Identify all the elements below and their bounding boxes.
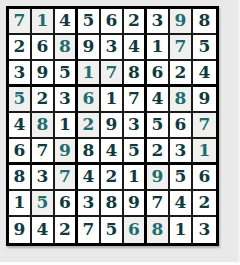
cell-r2c8[interactable]: 7: [170, 35, 193, 61]
cell-r4c3[interactable]: 3: [55, 87, 78, 113]
cell-r7c2[interactable]: 3: [32, 165, 55, 191]
cell-r9c2[interactable]: 4: [32, 217, 55, 243]
cell-r1c4[interactable]: 5: [78, 9, 101, 35]
cell-r7c4[interactable]: 4: [78, 165, 101, 191]
page-background: 7145623982689341753951786245236174894812…: [0, 0, 240, 265]
cell-r6c8[interactable]: 3: [170, 139, 193, 165]
cell-r1c5[interactable]: 6: [101, 9, 124, 35]
cell-r4c4[interactable]: 6: [78, 87, 101, 113]
cell-r1c2[interactable]: 1: [32, 9, 55, 35]
cell-r7c6[interactable]: 1: [124, 165, 147, 191]
cell-r6c5[interactable]: 4: [101, 139, 124, 165]
cell-r6c6[interactable]: 5: [124, 139, 147, 165]
cell-r2c7[interactable]: 1: [147, 35, 170, 61]
cell-r8c8[interactable]: 4: [170, 191, 193, 217]
cell-r7c7[interactable]: 9: [147, 165, 170, 191]
cell-r5c6[interactable]: 3: [124, 113, 147, 139]
cell-r5c2[interactable]: 8: [32, 113, 55, 139]
cell-r6c3[interactable]: 9: [55, 139, 78, 165]
cell-r8c2[interactable]: 5: [32, 191, 55, 217]
sudoku-board: 7145623982689341753951786245236174894812…: [6, 6, 219, 246]
cell-r5c4[interactable]: 2: [78, 113, 101, 139]
cell-r9c1[interactable]: 9: [9, 217, 32, 243]
cell-r3c8[interactable]: 2: [170, 61, 193, 87]
cell-r5c1[interactable]: 4: [9, 113, 32, 139]
cell-r7c8[interactable]: 5: [170, 165, 193, 191]
cell-r1c9[interactable]: 8: [193, 9, 216, 35]
cell-r7c1[interactable]: 8: [9, 165, 32, 191]
cell-r2c2[interactable]: 6: [32, 35, 55, 61]
cell-r4c2[interactable]: 2: [32, 87, 55, 113]
cell-r5c9[interactable]: 7: [193, 113, 216, 139]
cell-r1c8[interactable]: 9: [170, 9, 193, 35]
cell-r9c7[interactable]: 8: [147, 217, 170, 243]
cell-r2c3[interactable]: 8: [55, 35, 78, 61]
cell-r4c7[interactable]: 4: [147, 87, 170, 113]
cell-r9c9[interactable]: 3: [193, 217, 216, 243]
cell-r5c5[interactable]: 9: [101, 113, 124, 139]
cell-r4c1[interactable]: 5: [9, 87, 32, 113]
cell-r3c6[interactable]: 8: [124, 61, 147, 87]
cell-r6c4[interactable]: 8: [78, 139, 101, 165]
cell-r4c8[interactable]: 8: [170, 87, 193, 113]
cell-r7c9[interactable]: 6: [193, 165, 216, 191]
cell-r8c6[interactable]: 9: [124, 191, 147, 217]
cell-r6c2[interactable]: 7: [32, 139, 55, 165]
cell-r1c1[interactable]: 7: [9, 9, 32, 35]
cell-r7c3[interactable]: 7: [55, 165, 78, 191]
cell-r2c9[interactable]: 5: [193, 35, 216, 61]
cell-r9c4[interactable]: 7: [78, 217, 101, 243]
cell-r2c1[interactable]: 2: [9, 35, 32, 61]
cell-r3c5[interactable]: 7: [101, 61, 124, 87]
cell-r6c9[interactable]: 1: [193, 139, 216, 165]
cell-r2c4[interactable]: 9: [78, 35, 101, 61]
cell-r8c1[interactable]: 1: [9, 191, 32, 217]
cell-r5c3[interactable]: 1: [55, 113, 78, 139]
cell-r9c5[interactable]: 5: [101, 217, 124, 243]
cell-r3c4[interactable]: 1: [78, 61, 101, 87]
cell-r4c9[interactable]: 9: [193, 87, 216, 113]
cell-r9c3[interactable]: 2: [55, 217, 78, 243]
cell-r3c3[interactable]: 5: [55, 61, 78, 87]
cell-r6c7[interactable]: 2: [147, 139, 170, 165]
cell-r3c9[interactable]: 4: [193, 61, 216, 87]
cell-r7c5[interactable]: 2: [101, 165, 124, 191]
cell-r1c6[interactable]: 2: [124, 9, 147, 35]
cell-r5c8[interactable]: 6: [170, 113, 193, 139]
cell-r8c4[interactable]: 3: [78, 191, 101, 217]
cell-r2c5[interactable]: 3: [101, 35, 124, 61]
cell-r9c6[interactable]: 6: [124, 217, 147, 243]
cell-r4c5[interactable]: 1: [101, 87, 124, 113]
cell-r8c3[interactable]: 6: [55, 191, 78, 217]
cell-r2c6[interactable]: 4: [124, 35, 147, 61]
cell-r3c7[interactable]: 6: [147, 61, 170, 87]
cell-r8c5[interactable]: 8: [101, 191, 124, 217]
cell-r8c9[interactable]: 2: [193, 191, 216, 217]
cell-r8c7[interactable]: 7: [147, 191, 170, 217]
cell-r3c2[interactable]: 9: [32, 61, 55, 87]
cell-r5c7[interactable]: 5: [147, 113, 170, 139]
cell-r1c3[interactable]: 4: [55, 9, 78, 35]
cell-r6c1[interactable]: 6: [9, 139, 32, 165]
cell-r9c8[interactable]: 1: [170, 217, 193, 243]
cell-r3c1[interactable]: 3: [9, 61, 32, 87]
cell-r4c6[interactable]: 7: [124, 87, 147, 113]
cell-r1c7[interactable]: 3: [147, 9, 170, 35]
